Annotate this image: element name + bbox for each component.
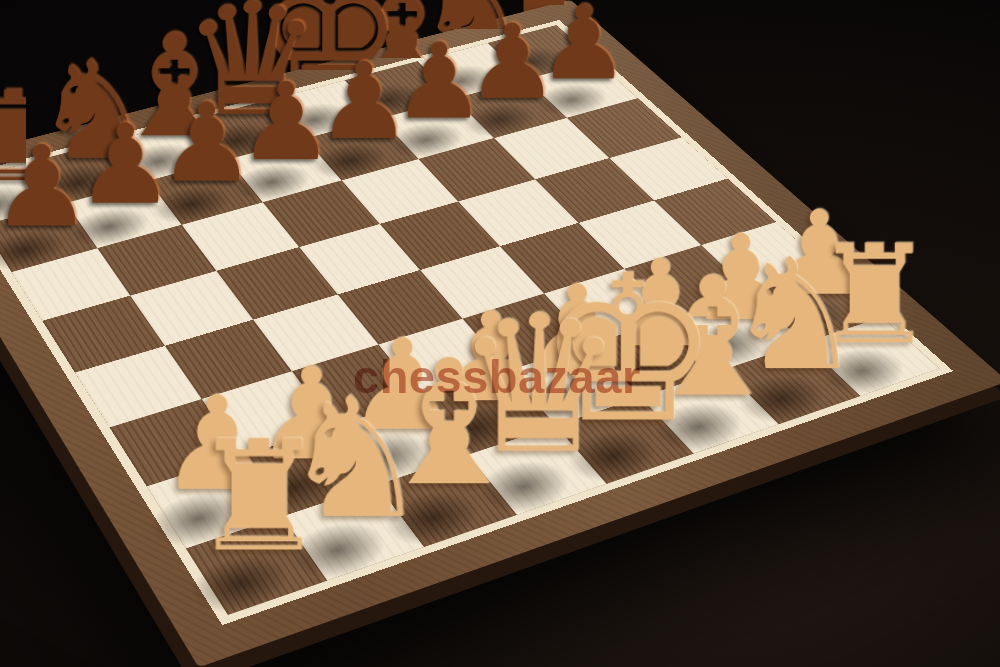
piece-white-rook: ♜ bbox=[190, 427, 327, 568]
board-frame: ♜♞♝♛♚♝♞♜♟♟♟♟♟♟♟♟♟♟♟♟♟♟♟♟♜♞♝♛♚♝♞♜ bbox=[0, 0, 1000, 667]
square-a1: ♜ bbox=[186, 516, 327, 615]
chess-board: ♜♞♝♛♚♝♞♜♟♟♟♟♟♟♟♟♟♟♟♟♟♟♟♟♜♞♝♛♚♝♞♜ bbox=[0, 0, 1000, 667]
board-inner-border: ♜♞♝♛♚♝♞♜♟♟♟♟♟♟♟♟♟♟♟♟♟♟♟♟♜♞♝♛♚♝♞♜ bbox=[0, 20, 953, 625]
piece-black-pawn: ♟ bbox=[0, 136, 92, 239]
board-grid: ♜♞♝♛♚♝♞♜♟♟♟♟♟♟♟♟♟♟♟♟♟♟♟♟♜♞♝♛♚♝♞♜ bbox=[0, 25, 940, 615]
photo-stage: ♜♞♝♛♚♝♞♜♟♟♟♟♟♟♟♟♟♟♟♟♟♟♟♟♜♞♝♛♚♝♞♜ chessba… bbox=[0, 0, 1000, 667]
board-scene: ♜♞♝♛♚♝♞♜♟♟♟♟♟♟♟♟♟♟♟♟♟♟♟♟♜♞♝♛♚♝♞♜ bbox=[0, 0, 1000, 667]
